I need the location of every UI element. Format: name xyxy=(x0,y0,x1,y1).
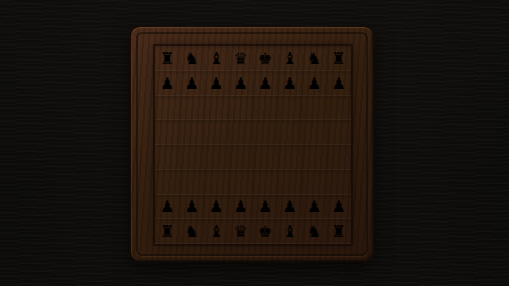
square-h3[interactable] xyxy=(327,170,352,195)
square-g1[interactable]: ♞ xyxy=(302,219,327,244)
square-e6[interactable] xyxy=(253,96,278,121)
square-d2[interactable]: ♟ xyxy=(229,195,254,220)
square-d6[interactable] xyxy=(229,96,254,121)
square-d4[interactable] xyxy=(229,145,254,170)
square-e5[interactable] xyxy=(253,120,278,145)
square-d1[interactable]: ♛ xyxy=(229,219,254,244)
piece-white-pawn[interactable]: ♟ xyxy=(283,197,297,216)
square-g5[interactable] xyxy=(302,120,327,145)
chess-board[interactable]: ♜♞♝♛♚♝♞♜♟♟♟♟♟♟♟♟♟♟♟♟♟♟♟♟♜♞♝♛♚♝♞♜ xyxy=(155,46,351,244)
square-h5[interactable] xyxy=(327,120,352,145)
square-d3[interactable] xyxy=(229,170,254,195)
square-c7[interactable]: ♟ xyxy=(204,71,229,96)
square-h7[interactable]: ♟ xyxy=(327,71,352,96)
piece-white-bishop[interactable]: ♝ xyxy=(283,222,297,241)
piece-white-pawn[interactable]: ♟ xyxy=(332,197,346,216)
square-c1[interactable]: ♝ xyxy=(204,219,229,244)
piece-white-pawn[interactable]: ♟ xyxy=(209,197,223,216)
square-b8[interactable]: ♞ xyxy=(180,46,205,71)
piece-white-rook[interactable]: ♜ xyxy=(332,222,346,241)
square-g4[interactable] xyxy=(302,145,327,170)
square-h4[interactable] xyxy=(327,145,352,170)
piece-white-knight[interactable]: ♞ xyxy=(307,222,321,241)
square-h8[interactable]: ♜ xyxy=(327,46,352,71)
square-f1[interactable]: ♝ xyxy=(278,219,303,244)
square-c8[interactable]: ♝ xyxy=(204,46,229,71)
square-e8[interactable]: ♚ xyxy=(253,46,278,71)
piece-black-bishop[interactable]: ♝ xyxy=(209,49,223,68)
piece-white-pawn[interactable]: ♟ xyxy=(258,197,272,216)
square-b7[interactable]: ♟ xyxy=(180,71,205,96)
square-d7[interactable]: ♟ xyxy=(229,71,254,96)
square-h2[interactable]: ♟ xyxy=(327,195,352,220)
square-c3[interactable] xyxy=(204,170,229,195)
piece-white-king[interactable]: ♚ xyxy=(258,222,272,241)
square-f2[interactable]: ♟ xyxy=(278,195,303,220)
square-b3[interactable] xyxy=(180,170,205,195)
piece-white-queen[interactable]: ♛ xyxy=(234,222,248,241)
square-e7[interactable]: ♟ xyxy=(253,71,278,96)
square-a3[interactable] xyxy=(155,170,180,195)
piece-white-pawn[interactable]: ♟ xyxy=(160,197,174,216)
square-a6[interactable] xyxy=(155,96,180,121)
piece-white-knight[interactable]: ♞ xyxy=(185,222,199,241)
piece-black-rook[interactable]: ♜ xyxy=(332,49,346,68)
square-f6[interactable] xyxy=(278,96,303,121)
piece-black-knight[interactable]: ♞ xyxy=(307,49,321,68)
square-e3[interactable] xyxy=(253,170,278,195)
chess-app-window: ♜♞♝♛♚♝♞♜♟♟♟♟♟♟♟♟♟♟♟♟♟♟♟♟♜♞♝♛♚♝♞♜ xyxy=(0,0,509,286)
square-b6[interactable] xyxy=(180,96,205,121)
board-frame: ♜♞♝♛♚♝♞♜♟♟♟♟♟♟♟♟♟♟♟♟♟♟♟♟♜♞♝♛♚♝♞♜ xyxy=(130,26,374,262)
piece-black-pawn[interactable]: ♟ xyxy=(234,74,248,93)
square-f5[interactable] xyxy=(278,120,303,145)
piece-black-queen[interactable]: ♛ xyxy=(234,49,248,68)
square-b5[interactable] xyxy=(180,120,205,145)
square-g2[interactable]: ♟ xyxy=(302,195,327,220)
piece-white-pawn[interactable]: ♟ xyxy=(234,197,248,216)
piece-black-pawn[interactable]: ♟ xyxy=(185,74,199,93)
square-b2[interactable]: ♟ xyxy=(180,195,205,220)
square-c4[interactable] xyxy=(204,145,229,170)
square-a7[interactable]: ♟ xyxy=(155,71,180,96)
square-g7[interactable]: ♟ xyxy=(302,71,327,96)
piece-white-rook[interactable]: ♜ xyxy=(160,222,174,241)
square-c5[interactable] xyxy=(204,120,229,145)
piece-black-bishop[interactable]: ♝ xyxy=(283,49,297,68)
piece-black-king[interactable]: ♚ xyxy=(258,49,272,68)
square-d8[interactable]: ♛ xyxy=(229,46,254,71)
square-h1[interactable]: ♜ xyxy=(327,219,352,244)
square-g3[interactable] xyxy=(302,170,327,195)
square-a2[interactable]: ♟ xyxy=(155,195,180,220)
square-f7[interactable]: ♟ xyxy=(278,71,303,96)
square-e2[interactable]: ♟ xyxy=(253,195,278,220)
piece-black-rook[interactable]: ♜ xyxy=(160,49,174,68)
square-f3[interactable] xyxy=(278,170,303,195)
square-f4[interactable] xyxy=(278,145,303,170)
square-b4[interactable] xyxy=(180,145,205,170)
piece-black-pawn[interactable]: ♟ xyxy=(160,74,174,93)
square-a8[interactable]: ♜ xyxy=(155,46,180,71)
square-c6[interactable] xyxy=(204,96,229,121)
square-f8[interactable]: ♝ xyxy=(278,46,303,71)
piece-black-knight[interactable]: ♞ xyxy=(185,49,199,68)
piece-black-pawn[interactable]: ♟ xyxy=(332,74,346,93)
piece-black-pawn[interactable]: ♟ xyxy=(209,74,223,93)
square-h6[interactable] xyxy=(327,96,352,121)
piece-white-pawn[interactable]: ♟ xyxy=(185,197,199,216)
piece-black-pawn[interactable]: ♟ xyxy=(258,74,272,93)
square-d5[interactable] xyxy=(229,120,254,145)
piece-white-bishop[interactable]: ♝ xyxy=(209,222,223,241)
square-b1[interactable]: ♞ xyxy=(180,219,205,244)
square-g6[interactable] xyxy=(302,96,327,121)
square-c2[interactable]: ♟ xyxy=(204,195,229,220)
square-e1[interactable]: ♚ xyxy=(253,219,278,244)
square-g8[interactable]: ♞ xyxy=(302,46,327,71)
piece-black-pawn[interactable]: ♟ xyxy=(283,74,297,93)
piece-black-pawn[interactable]: ♟ xyxy=(307,74,321,93)
square-e4[interactable] xyxy=(253,145,278,170)
square-a1[interactable]: ♜ xyxy=(155,219,180,244)
square-a5[interactable] xyxy=(155,120,180,145)
square-a4[interactable] xyxy=(155,145,180,170)
piece-white-pawn[interactable]: ♟ xyxy=(307,197,321,216)
